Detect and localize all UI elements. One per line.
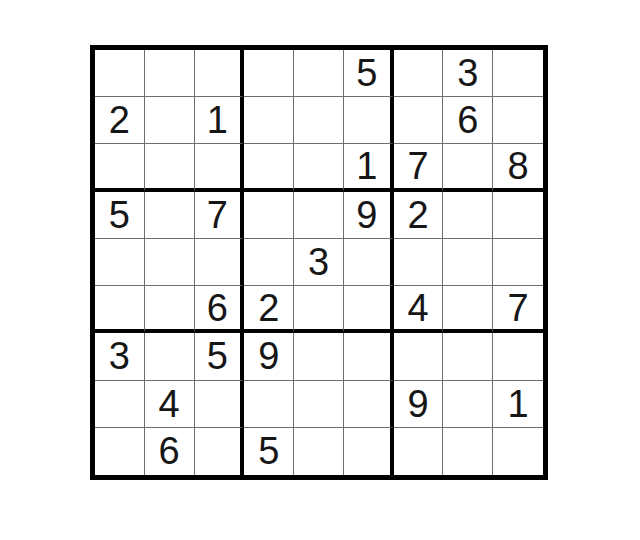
cell-r3c5-empty[interactable] bbox=[294, 144, 344, 191]
cell-r8c5-empty[interactable] bbox=[294, 381, 344, 428]
cell-r2c7-empty[interactable] bbox=[394, 97, 444, 144]
cell-r5c9-empty[interactable] bbox=[493, 239, 543, 286]
cell-r1c5-empty[interactable] bbox=[294, 50, 344, 97]
sudoku-board: 5321617857923624735949165 bbox=[90, 45, 548, 480]
cell-r4c4-empty[interactable] bbox=[244, 192, 294, 239]
cell-r4c9-empty[interactable] bbox=[493, 192, 543, 239]
cell-r6c5-empty[interactable] bbox=[294, 286, 344, 333]
cell-r7c5-empty[interactable] bbox=[294, 333, 344, 380]
cell-r8c6-empty[interactable] bbox=[344, 381, 394, 428]
cell-r7c6-empty[interactable] bbox=[344, 333, 394, 380]
cell-r9c4-given: 5 bbox=[244, 428, 294, 475]
cell-r5c7-empty[interactable] bbox=[394, 239, 444, 286]
cell-r2c4-empty[interactable] bbox=[244, 97, 294, 144]
cell-r9c9-empty[interactable] bbox=[493, 428, 543, 475]
cell-r1c7-empty[interactable] bbox=[394, 50, 444, 97]
cell-r4c2-empty[interactable] bbox=[145, 192, 195, 239]
cell-r7c8-empty[interactable] bbox=[443, 333, 493, 380]
cell-r9c8-empty[interactable] bbox=[443, 428, 493, 475]
cell-r1c3-empty[interactable] bbox=[195, 50, 245, 97]
cell-r7c4-given: 9 bbox=[244, 333, 294, 380]
sudoku-page: 5321617857923624735949165 bbox=[0, 0, 640, 540]
cell-r9c1-empty[interactable] bbox=[95, 428, 145, 475]
cell-r5c3-empty[interactable] bbox=[195, 239, 245, 286]
cell-r9c5-empty[interactable] bbox=[294, 428, 344, 475]
cell-r4c7-given: 2 bbox=[394, 192, 444, 239]
cell-r1c1-empty[interactable] bbox=[95, 50, 145, 97]
cell-r6c4-given: 2 bbox=[244, 286, 294, 333]
cell-r1c6-given: 5 bbox=[344, 50, 394, 97]
cell-r2c6-empty[interactable] bbox=[344, 97, 394, 144]
cell-r2c8-given: 6 bbox=[443, 97, 493, 144]
cell-r6c3-given: 6 bbox=[195, 286, 245, 333]
cell-r7c2-empty[interactable] bbox=[145, 333, 195, 380]
cell-r8c1-empty[interactable] bbox=[95, 381, 145, 428]
cell-r8c9-given: 1 bbox=[493, 381, 543, 428]
cell-r4c3-given: 7 bbox=[195, 192, 245, 239]
cell-r2c1-given: 2 bbox=[95, 97, 145, 144]
cell-r4c1-given: 5 bbox=[95, 192, 145, 239]
cell-r6c7-given: 4 bbox=[394, 286, 444, 333]
cell-r6c1-empty[interactable] bbox=[95, 286, 145, 333]
cell-r9c6-empty[interactable] bbox=[344, 428, 394, 475]
cell-r1c2-empty[interactable] bbox=[145, 50, 195, 97]
cell-r7c9-empty[interactable] bbox=[493, 333, 543, 380]
cell-r5c1-empty[interactable] bbox=[95, 239, 145, 286]
cell-r3c2-empty[interactable] bbox=[145, 144, 195, 191]
cell-r3c6-given: 1 bbox=[344, 144, 394, 191]
cell-r5c5-given: 3 bbox=[294, 239, 344, 286]
cell-r8c8-empty[interactable] bbox=[443, 381, 493, 428]
cell-r9c3-empty[interactable] bbox=[195, 428, 245, 475]
cell-r7c3-given: 5 bbox=[195, 333, 245, 380]
cell-r8c2-given: 4 bbox=[145, 381, 195, 428]
cell-r8c7-given: 9 bbox=[394, 381, 444, 428]
cell-r7c7-empty[interactable] bbox=[394, 333, 444, 380]
cell-r6c8-empty[interactable] bbox=[443, 286, 493, 333]
cell-r9c7-empty[interactable] bbox=[394, 428, 444, 475]
cell-r3c4-empty[interactable] bbox=[244, 144, 294, 191]
cell-r8c3-empty[interactable] bbox=[195, 381, 245, 428]
cell-r8c4-empty[interactable] bbox=[244, 381, 294, 428]
cell-r3c3-empty[interactable] bbox=[195, 144, 245, 191]
cell-r5c8-empty[interactable] bbox=[443, 239, 493, 286]
cell-r2c5-empty[interactable] bbox=[294, 97, 344, 144]
cell-r6c2-empty[interactable] bbox=[145, 286, 195, 333]
cell-r3c1-empty[interactable] bbox=[95, 144, 145, 191]
cell-r2c2-empty[interactable] bbox=[145, 97, 195, 144]
cell-r9c2-given: 6 bbox=[145, 428, 195, 475]
cell-r2c9-empty[interactable] bbox=[493, 97, 543, 144]
cell-r4c8-empty[interactable] bbox=[443, 192, 493, 239]
cell-r4c6-given: 9 bbox=[344, 192, 394, 239]
cell-r7c1-given: 3 bbox=[95, 333, 145, 380]
cell-r1c4-empty[interactable] bbox=[244, 50, 294, 97]
cell-r3c8-empty[interactable] bbox=[443, 144, 493, 191]
cell-r2c3-given: 1 bbox=[195, 97, 245, 144]
cell-r5c6-empty[interactable] bbox=[344, 239, 394, 286]
cell-r5c2-empty[interactable] bbox=[145, 239, 195, 286]
cell-r6c9-given: 7 bbox=[493, 286, 543, 333]
cell-r4c5-empty[interactable] bbox=[294, 192, 344, 239]
cell-r1c8-given: 3 bbox=[443, 50, 493, 97]
cell-r3c7-given: 7 bbox=[394, 144, 444, 191]
cell-r5c4-empty[interactable] bbox=[244, 239, 294, 286]
cell-r6c6-empty[interactable] bbox=[344, 286, 394, 333]
cell-r3c9-given: 8 bbox=[493, 144, 543, 191]
cell-r1c9-empty[interactable] bbox=[493, 50, 543, 97]
